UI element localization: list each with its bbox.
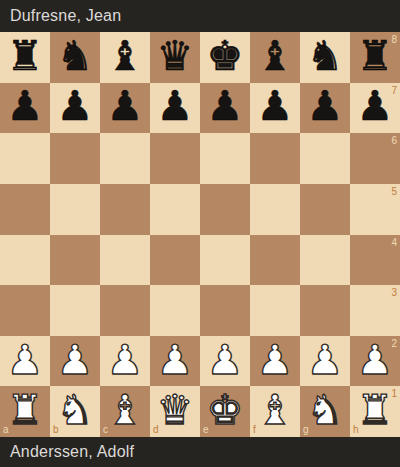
piece-white-pawn[interactable]: ♟ (107, 340, 144, 381)
square-e2[interactable]: ♟ (200, 336, 250, 387)
top-player-name: Dufresne, Jean (10, 7, 121, 25)
square-b3[interactable] (50, 285, 100, 336)
square-a5[interactable] (0, 184, 50, 235)
piece-white-knight[interactable]: ♞ (307, 390, 344, 431)
square-c7[interactable]: ♟ (100, 83, 150, 134)
square-h5[interactable]: 5 (350, 184, 400, 235)
piece-black-knight[interactable]: ♞ (57, 36, 94, 77)
square-b7[interactable]: ♟ (50, 83, 100, 134)
square-e4[interactable] (200, 235, 250, 286)
piece-black-rook[interactable]: ♜ (7, 36, 44, 77)
square-b4[interactable] (50, 235, 100, 286)
piece-white-pawn[interactable]: ♟ (207, 340, 244, 381)
piece-black-knight[interactable]: ♞ (307, 36, 344, 77)
square-g2[interactable]: ♟ (300, 336, 350, 387)
piece-white-king[interactable]: ♚ (207, 390, 244, 431)
piece-white-pawn[interactable]: ♟ (57, 340, 94, 381)
square-c2[interactable]: ♟ (100, 336, 150, 387)
square-d2[interactable]: ♟ (150, 336, 200, 387)
square-d5[interactable] (150, 184, 200, 235)
square-c3[interactable] (100, 285, 150, 336)
coord-rank-2: 2 (391, 339, 397, 349)
coord-rank-4: 4 (391, 238, 397, 248)
piece-black-pawn[interactable]: ♟ (7, 86, 44, 127)
piece-black-pawn[interactable]: ♟ (257, 86, 294, 127)
coord-file-f: f (253, 425, 256, 435)
square-a1[interactable]: ♜a (0, 386, 50, 437)
square-h8[interactable]: ♜8 (350, 32, 400, 83)
square-f3[interactable] (250, 285, 300, 336)
piece-black-bishop[interactable]: ♝ (107, 36, 144, 77)
piece-white-pawn[interactable]: ♟ (7, 340, 44, 381)
square-e5[interactable] (200, 184, 250, 235)
square-g6[interactable] (300, 133, 350, 184)
square-g7[interactable]: ♟ (300, 83, 350, 134)
square-b5[interactable] (50, 184, 100, 235)
square-e8[interactable]: ♚ (200, 32, 250, 83)
square-d7[interactable]: ♟ (150, 83, 200, 134)
square-g3[interactable] (300, 285, 350, 336)
square-f8[interactable]: ♝ (250, 32, 300, 83)
square-h4[interactable]: 4 (350, 235, 400, 286)
piece-white-pawn[interactable]: ♟ (257, 340, 294, 381)
piece-black-pawn[interactable]: ♟ (357, 86, 394, 127)
square-c6[interactable] (100, 133, 150, 184)
square-c4[interactable] (100, 235, 150, 286)
piece-black-bishop[interactable]: ♝ (257, 36, 294, 77)
square-f2[interactable]: ♟ (250, 336, 300, 387)
coord-rank-1: 1 (391, 389, 397, 399)
square-c5[interactable] (100, 184, 150, 235)
square-h7[interactable]: ♟7 (350, 83, 400, 134)
piece-black-pawn[interactable]: ♟ (57, 86, 94, 127)
chess-app: Dufresne, Jean ♜♞♝♛♚♝♞♜8♟♟♟♟♟♟♟♟76543♟♟♟… (0, 0, 400, 467)
square-d6[interactable] (150, 133, 200, 184)
square-h3[interactable]: 3 (350, 285, 400, 336)
square-g1[interactable]: ♞g (300, 386, 350, 437)
piece-black-pawn[interactable]: ♟ (107, 86, 144, 127)
square-e7[interactable]: ♟ (200, 83, 250, 134)
square-a3[interactable] (0, 285, 50, 336)
square-e6[interactable] (200, 133, 250, 184)
piece-white-bishop[interactable]: ♝ (107, 390, 144, 431)
square-e3[interactable] (200, 285, 250, 336)
coord-file-g: g (303, 425, 309, 435)
square-g4[interactable] (300, 235, 350, 286)
coord-rank-3: 3 (391, 288, 397, 298)
square-a8[interactable]: ♜ (0, 32, 50, 83)
square-f1[interactable]: ♝f (250, 386, 300, 437)
square-h1[interactable]: ♜1h (350, 386, 400, 437)
square-f4[interactable] (250, 235, 300, 286)
square-d3[interactable] (150, 285, 200, 336)
square-f6[interactable] (250, 133, 300, 184)
piece-black-pawn[interactable]: ♟ (307, 86, 344, 127)
coord-file-h: h (353, 425, 359, 435)
piece-white-pawn[interactable]: ♟ (307, 340, 344, 381)
coord-rank-8: 8 (391, 35, 397, 45)
square-h6[interactable]: 6 (350, 133, 400, 184)
piece-white-bishop[interactable]: ♝ (257, 390, 294, 431)
piece-white-rook[interactable]: ♜ (7, 390, 44, 431)
piece-white-knight[interactable]: ♞ (57, 390, 94, 431)
piece-white-pawn[interactable]: ♟ (357, 340, 394, 381)
piece-black-queen[interactable]: ♛ (157, 36, 194, 77)
square-d8[interactable]: ♛ (150, 32, 200, 83)
piece-white-queen[interactable]: ♛ (157, 390, 194, 431)
top-player-bar: Dufresne, Jean (0, 0, 400, 32)
square-c8[interactable]: ♝ (100, 32, 150, 83)
square-b1[interactable]: ♞b (50, 386, 100, 437)
square-d4[interactable] (150, 235, 200, 286)
square-f5[interactable] (250, 184, 300, 235)
square-c1[interactable]: ♝c (100, 386, 150, 437)
piece-white-pawn[interactable]: ♟ (157, 340, 194, 381)
bottom-player-bar: Anderssen, Adolf (0, 437, 400, 467)
coord-file-c: c (103, 425, 108, 435)
bottom-player-name: Anderssen, Adolf (10, 443, 134, 461)
square-f7[interactable]: ♟ (250, 83, 300, 134)
coord-rank-5: 5 (391, 187, 397, 197)
coord-file-e: e (203, 425, 209, 435)
square-a2[interactable]: ♟ (0, 336, 50, 387)
piece-black-pawn[interactable]: ♟ (207, 86, 244, 127)
piece-black-pawn[interactable]: ♟ (157, 86, 194, 127)
square-b6[interactable] (50, 133, 100, 184)
square-h2[interactable]: ♟2 (350, 336, 400, 387)
piece-black-king[interactable]: ♚ (207, 36, 244, 77)
square-d1[interactable]: ♛d (150, 386, 200, 437)
coord-file-d: d (153, 425, 159, 435)
coord-rank-7: 7 (391, 86, 397, 96)
piece-black-rook[interactable]: ♜ (357, 36, 394, 77)
square-g5[interactable] (300, 184, 350, 235)
square-b8[interactable]: ♞ (50, 32, 100, 83)
chess-board: ♜♞♝♛♚♝♞♜8♟♟♟♟♟♟♟♟76543♟♟♟♟♟♟♟♟2♜a♞b♝c♛d♚… (0, 32, 400, 437)
coord-rank-6: 6 (391, 136, 397, 146)
square-a7[interactable]: ♟ (0, 83, 50, 134)
square-b2[interactable]: ♟ (50, 336, 100, 387)
square-a4[interactable] (0, 235, 50, 286)
piece-white-rook[interactable]: ♜ (357, 390, 394, 431)
square-g8[interactable]: ♞ (300, 32, 350, 83)
square-e1[interactable]: ♚e (200, 386, 250, 437)
square-a6[interactable] (0, 133, 50, 184)
coord-file-a: a (3, 425, 9, 435)
coord-file-b: b (53, 425, 59, 435)
